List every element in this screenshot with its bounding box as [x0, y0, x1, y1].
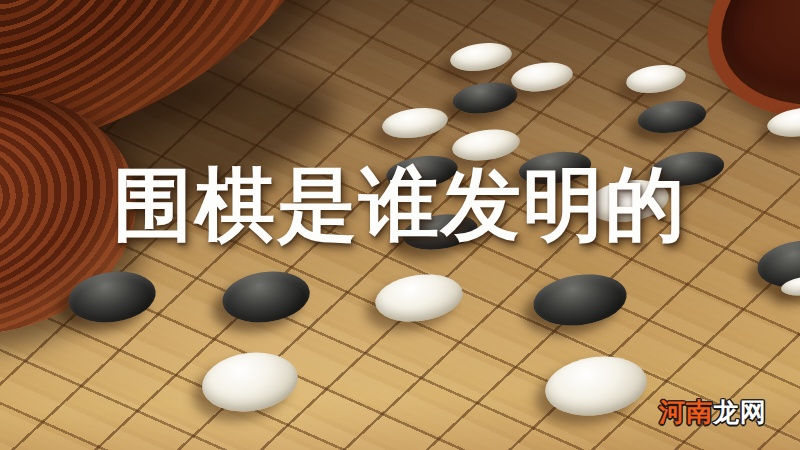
white-stone	[198, 347, 301, 418]
white-stone	[765, 103, 800, 140]
black-stone	[219, 266, 313, 328]
white-stone	[372, 269, 466, 327]
white-stone	[624, 61, 687, 96]
watermark-part-henan: 河南	[659, 397, 713, 427]
white-stone	[509, 59, 574, 95]
watermark-part-longwang: 龙网	[713, 397, 767, 427]
white-stone	[541, 350, 650, 422]
black-stone	[530, 269, 630, 332]
black-stone	[636, 97, 709, 137]
white-stone	[450, 125, 522, 164]
title-text: 围棋是谁发明的	[113, 165, 687, 245]
black-stone	[65, 266, 159, 328]
white-stone	[380, 104, 449, 142]
black-stone	[451, 79, 520, 118]
go-photo-scene: 围棋是谁发明的 河南龙网	[0, 0, 800, 450]
watermark: 河南龙网	[659, 399, 767, 425]
white-stone	[448, 39, 513, 74]
